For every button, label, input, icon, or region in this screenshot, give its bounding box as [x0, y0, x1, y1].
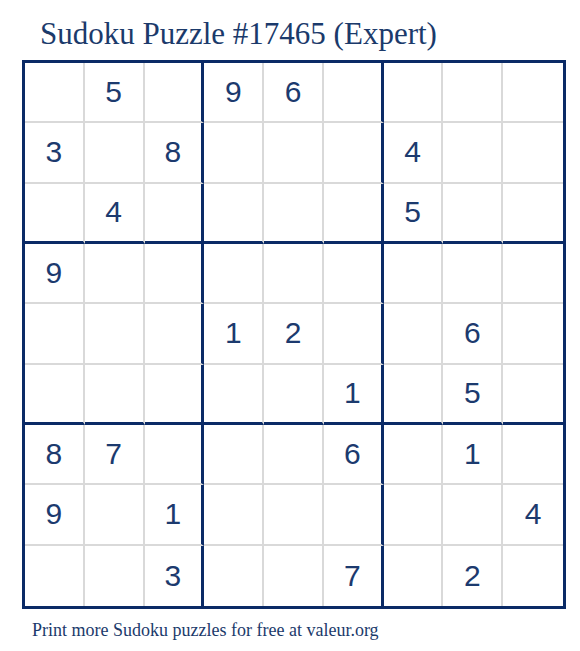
sudoku-cell: 6 [264, 63, 324, 123]
footer-text: Print more Sudoku puzzles for free at va… [32, 620, 379, 641]
sudoku-cell [443, 485, 503, 545]
sudoku-cell [443, 184, 503, 244]
sudoku-cell [264, 184, 324, 244]
sudoku-cell: 5 [85, 63, 145, 123]
sudoku-cell: 4 [85, 184, 145, 244]
sudoku-cell [264, 425, 324, 485]
sudoku-cell [324, 244, 384, 304]
sudoku-cell [503, 546, 563, 606]
sudoku-cell: 5 [384, 184, 444, 244]
sudoku-cell: 4 [384, 123, 444, 183]
sudoku-cell [145, 365, 205, 425]
sudoku-cell [443, 63, 503, 123]
sudoku-cell [145, 425, 205, 485]
sudoku-cell: 9 [25, 244, 85, 304]
sudoku-cell [25, 63, 85, 123]
sudoku-cell [204, 546, 264, 606]
sudoku-cell [264, 123, 324, 183]
sudoku-cell [145, 184, 205, 244]
sudoku-cell [384, 244, 444, 304]
sudoku-cell: 6 [443, 304, 503, 364]
sudoku-cell [503, 365, 563, 425]
sudoku-cell [204, 123, 264, 183]
sudoku-cell [384, 485, 444, 545]
sudoku-cell [25, 546, 85, 606]
sudoku-cell: 2 [264, 304, 324, 364]
sudoku-cell: 9 [204, 63, 264, 123]
sudoku-page: Sudoku Puzzle #17465 (Expert) 5963844591… [0, 0, 580, 651]
sudoku-cell [324, 485, 384, 545]
sudoku-cell: 1 [324, 365, 384, 425]
sudoku-cell: 8 [145, 123, 205, 183]
sudoku-cell: 6 [324, 425, 384, 485]
sudoku-cell: 3 [25, 123, 85, 183]
sudoku-cell [503, 63, 563, 123]
sudoku-cell [85, 365, 145, 425]
sudoku-cell [324, 123, 384, 183]
sudoku-cell [25, 184, 85, 244]
sudoku-cell [384, 304, 444, 364]
sudoku-cell [85, 123, 145, 183]
sudoku-cell [85, 304, 145, 364]
sudoku-cell [264, 485, 324, 545]
sudoku-cell [204, 184, 264, 244]
sudoku-cell: 1 [443, 425, 503, 485]
sudoku-cell: 3 [145, 546, 205, 606]
sudoku-cell [85, 546, 145, 606]
sudoku-cell [145, 304, 205, 364]
sudoku-cell [384, 425, 444, 485]
sudoku-cell [384, 365, 444, 425]
sudoku-cell: 5 [443, 365, 503, 425]
sudoku-cell [503, 123, 563, 183]
sudoku-cell [204, 425, 264, 485]
sudoku-cell: 4 [503, 485, 563, 545]
sudoku-cell [145, 63, 205, 123]
sudoku-cell [204, 244, 264, 304]
sudoku-cell [204, 485, 264, 545]
sudoku-board: 596384459126158761914372 [22, 60, 566, 609]
sudoku-cell [324, 184, 384, 244]
sudoku-cell [503, 244, 563, 304]
sudoku-cell [503, 184, 563, 244]
sudoku-cell: 7 [85, 425, 145, 485]
page-title: Sudoku Puzzle #17465 (Expert) [40, 16, 437, 52]
sudoku-cell [264, 244, 324, 304]
sudoku-cell [85, 485, 145, 545]
sudoku-cell [25, 304, 85, 364]
sudoku-cell: 1 [204, 304, 264, 364]
sudoku-cell [264, 546, 324, 606]
sudoku-cell [324, 304, 384, 364]
sudoku-cell [25, 365, 85, 425]
sudoku-cell: 7 [324, 546, 384, 606]
sudoku-cell: 9 [25, 485, 85, 545]
sudoku-cell [503, 304, 563, 364]
sudoku-cell: 1 [145, 485, 205, 545]
sudoku-cell [503, 425, 563, 485]
sudoku-cell [264, 365, 324, 425]
sudoku-cell: 2 [443, 546, 503, 606]
sudoku-cell [443, 244, 503, 304]
sudoku-cell [324, 63, 384, 123]
sudoku-cell [384, 63, 444, 123]
sudoku-cell: 8 [25, 425, 85, 485]
sudoku-cell [145, 244, 205, 304]
sudoku-cell [204, 365, 264, 425]
sudoku-cell [384, 546, 444, 606]
sudoku-cell [85, 244, 145, 304]
sudoku-cell [443, 123, 503, 183]
